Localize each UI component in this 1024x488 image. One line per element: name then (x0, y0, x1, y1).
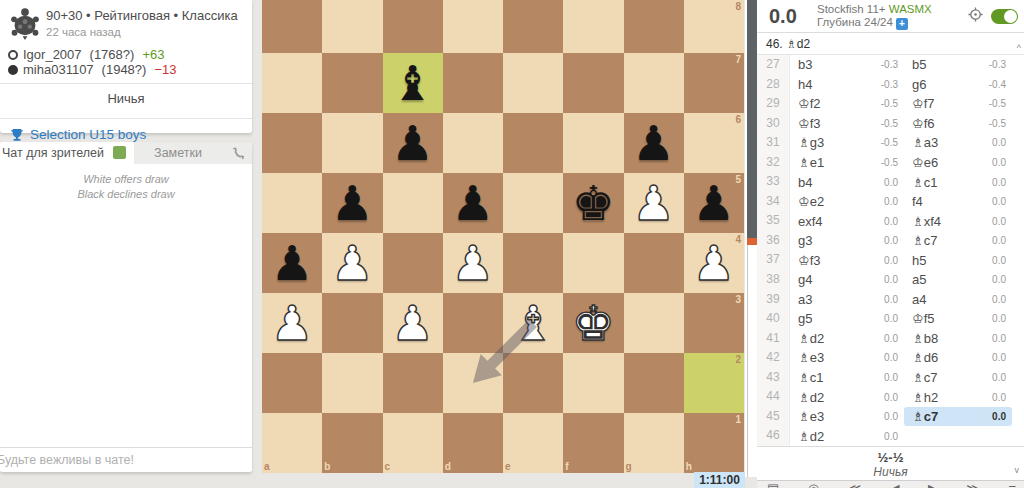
file-label-a: a (264, 461, 270, 472)
square-h7[interactable]: 7 (684, 53, 744, 113)
black-move-36[interactable]: ♗c70.0 (904, 231, 1012, 251)
rank-label-5: 5 (735, 174, 741, 185)
players-block: Igor_2007 (1768?) +63 miha031107 (1948?)… (8, 47, 244, 77)
square-b6[interactable] (322, 113, 382, 173)
gauge-zero-tick (747, 238, 757, 245)
black-bishop-c7: ♝ (383, 53, 443, 113)
square-f2[interactable] (563, 353, 623, 413)
white-move-46[interactable]: ♗d20.0 (790, 426, 904, 446)
square-b4[interactable]: ♟ (322, 233, 382, 293)
black-move-40[interactable]: ♔f50.0 (904, 309, 1012, 329)
classical-turtle-icon (8, 6, 46, 42)
white-move-30[interactable]: ♔f3-0.5 (790, 114, 904, 134)
white-move-45[interactable]: ♗e30.0 (790, 407, 904, 427)
move-row-39: 39a30.0a40.0 (757, 290, 1024, 310)
white-pawn-b4: ♟ (322, 233, 382, 293)
move-row-46: 46♗d20.0 (757, 426, 1024, 446)
square-b5[interactable]: ♟ (322, 173, 382, 233)
result-score: ½-½ (757, 450, 1024, 465)
move-row-43: 43♗c10.0♗c70.0 (757, 368, 1024, 388)
black-player-rating: (1948?) (102, 62, 147, 77)
move-number: 40 (757, 309, 790, 329)
chat-toggle-square[interactable] (113, 146, 126, 159)
rank-label-2: 2 (735, 354, 741, 365)
square-h3[interactable]: 3 (684, 293, 744, 353)
chat-messages: White offers draw Black declines draw (0, 164, 252, 447)
game-setup-text: 90+30 • Рейтинговая • Классика (46, 8, 238, 24)
black-move-43[interactable]: ♗c70.0 (904, 368, 1012, 388)
square-d5[interactable]: ♟ (443, 173, 503, 233)
eval-gauge (745, 0, 757, 477)
square-d2[interactable] (443, 353, 503, 413)
white-pawn-a3: ♟ (262, 293, 322, 353)
white-move-43[interactable]: ♗c10.0 (790, 368, 904, 388)
engine-depth: Глубина 24/24 (817, 16, 893, 28)
move-number: 27 (757, 55, 790, 75)
white-king-f3: ♚ (563, 293, 623, 353)
black-move-44[interactable]: ♗h20.0 (904, 387, 1012, 407)
white-player-rating: (1768?) (90, 47, 135, 62)
chat-event-message: White offers draw (0, 172, 252, 187)
black-move-41[interactable]: ♗b80.0 (904, 329, 1012, 349)
black-king-f5: ♚ (563, 173, 623, 233)
chat-tabbar: Чат для зрителей Заметки (0, 142, 252, 164)
move-row-31: 31♗g3-0.5♗a30.0 (757, 133, 1024, 153)
white-move-41[interactable]: ♗d20.0 (790, 329, 904, 349)
square-h8[interactable]: 8 (684, 0, 744, 53)
white-pawn-g5: ♟ (624, 173, 684, 233)
square-f6[interactable] (563, 113, 623, 173)
square-b8[interactable] (322, 0, 382, 53)
practice-target-icon[interactable] (968, 7, 983, 26)
square-a1[interactable]: a (262, 413, 322, 473)
black-pawn-a4: ♟ (262, 233, 322, 293)
tournament-link-row[interactable]: Selection U15 boys (8, 119, 244, 142)
last-move-icon[interactable]: ≫ (966, 482, 980, 488)
square-g8[interactable] (624, 0, 684, 53)
square-c2[interactable] (383, 353, 443, 413)
prev-move-icon[interactable]: ◀ (890, 482, 900, 488)
black-player-row[interactable]: miha031107 (1948?) −13 (8, 62, 244, 77)
toggle-knob (1004, 10, 1017, 23)
chat-input[interactable] (0, 448, 248, 472)
square-c8[interactable] (383, 0, 443, 53)
white-player-row[interactable]: Igor_2007 (1768?) +63 (8, 47, 244, 62)
white-move-36[interactable]: g30.0 (790, 231, 904, 251)
square-c5[interactable] (383, 173, 443, 233)
move-row-44: 44♗d20.0♗h20.0 (757, 387, 1024, 407)
move-row-45: 45♗e30.0♗c70.0 (757, 407, 1024, 427)
file-label-d: d (445, 461, 451, 472)
white-move-37[interactable]: ♔f30.0 (790, 250, 904, 270)
file-label-h: h (686, 461, 692, 472)
rank-label-4: 4 (735, 234, 741, 245)
black-move-31[interactable]: ♗a30.0 (904, 133, 1012, 153)
black-move-33[interactable]: ♗c10.0 (904, 172, 1012, 192)
lichess-analysis-page: 90+30 • Рейтинговая • Классика 22 часа н… (0, 0, 1024, 488)
square-e4[interactable] (503, 233, 563, 293)
move-number: 32 (757, 153, 790, 173)
square-e1[interactable]: e (503, 413, 563, 473)
white-bishop-e3: ♝ (503, 293, 563, 353)
square-e6[interactable] (503, 113, 563, 173)
white-move-34[interactable]: ♔e20.0 (790, 192, 904, 212)
white-clock: 1:11:00 (694, 472, 745, 488)
analysis-panel: 0.0 Stockfish 11+ WASMX Глубина 24/24+ 4… (757, 0, 1024, 488)
gauge-black-half (747, 0, 757, 238)
square-e2[interactable] (503, 353, 563, 413)
move-number: 33 (757, 172, 790, 192)
move-row-42: 42♗e30.0♗d60.0 (757, 348, 1024, 368)
square-g6[interactable]: ♟ (624, 113, 684, 173)
move-row-33: 33b40.0♗c10.0 (757, 172, 1024, 192)
square-h5[interactable]: 5♟ (684, 173, 744, 233)
file-label-b: b (324, 461, 330, 472)
square-a4[interactable]: ♟ (262, 233, 322, 293)
rank-label-7: 7 (735, 54, 741, 65)
rank-label-8: 8 (735, 1, 741, 12)
square-f4[interactable] (563, 233, 623, 293)
black-move-28[interactable]: g6-0.4 (904, 75, 1012, 95)
engine-tech: WASMX (889, 3, 932, 15)
square-a2[interactable] (262, 353, 322, 413)
scroll-up-arrow[interactable]: ^ (1017, 44, 1021, 53)
square-e3[interactable]: ♝ (503, 293, 563, 353)
engine-toggle[interactable] (991, 9, 1018, 24)
move-number: 42 (757, 348, 790, 368)
move-number: 43 (757, 368, 790, 388)
square-b1[interactable]: b (322, 413, 382, 473)
white-move-39[interactable]: a30.0 (790, 290, 904, 310)
first-move-icon[interactable]: ≪ (847, 482, 861, 488)
square-d4[interactable]: ♟ (443, 233, 503, 293)
white-move-40[interactable]: g50.0 (790, 309, 904, 329)
square-f7[interactable] (563, 53, 623, 113)
move-number: 37 (757, 250, 790, 270)
gauge-white-half (747, 245, 757, 477)
tournament-link[interactable]: Selection U15 boys (30, 127, 146, 142)
square-e7[interactable] (503, 53, 563, 113)
white-move-31[interactable]: ♗g3-0.5 (790, 133, 904, 153)
rank-label-6: 6 (735, 114, 741, 125)
square-c3[interactable]: ♟ (383, 293, 443, 353)
move-number: 36 (757, 231, 790, 251)
square-h4[interactable]: 4♟ (684, 233, 744, 293)
game-result-text: Ничья (8, 84, 244, 112)
move-row-38: 38g40.0a50.0 (757, 270, 1024, 290)
file-label-c: c (385, 461, 391, 472)
white-move-33[interactable]: b40.0 (790, 172, 904, 192)
rank-label-1: 1 (735, 414, 741, 425)
square-a8[interactable] (262, 0, 322, 53)
move-number: 44 (757, 387, 790, 407)
analysis-board-icon[interactable]: ▤ (767, 482, 779, 488)
engine-eval: 0.0 (769, 5, 817, 28)
square-g7[interactable] (624, 53, 684, 113)
square-f5[interactable]: ♚ (563, 173, 623, 233)
move-row-40: 40g50.0♔f50.0 (757, 309, 1024, 329)
move-number: 28 (757, 75, 790, 95)
black-move-37[interactable]: h50.0 (904, 250, 1012, 270)
deeper-analysis-button[interactable]: + (896, 18, 908, 30)
move-row-36: 36g30.0♗c70.0 (757, 231, 1024, 251)
black-move-35[interactable]: ♗xf40.0 (904, 211, 1012, 231)
chat-event-message: Black declines draw (0, 187, 252, 202)
move-number: 38 (757, 270, 790, 290)
black-move-45[interactable]: ♗c70.0 (904, 407, 1012, 427)
square-f8[interactable] (563, 0, 623, 53)
black-move-34[interactable]: f40.0 (904, 192, 1012, 212)
move-row-30: 30♔f3-0.5♔f6-0.5 (757, 114, 1024, 134)
tab-chat[interactable]: Чат для зрителей (0, 142, 113, 164)
move-number: 45 (757, 407, 790, 427)
move-row-27: 27b3-0.3b5-0.3 (757, 55, 1024, 75)
move-row-34: 34♔e20.0f40.0 (757, 192, 1024, 212)
black-move-42[interactable]: ♗d60.0 (904, 348, 1012, 368)
move-row-37: 37♔f30.0h50.0 (757, 250, 1024, 270)
result-word: Ничья (757, 465, 1024, 479)
square-g2[interactable] (624, 353, 684, 413)
black-pawn-c6: ♟ (383, 113, 443, 173)
move-list: 27b3-0.3b5-0.328h4-0.3g6-0.429♔f2-0.5♔f7… (757, 55, 1024, 446)
square-d8[interactable] (443, 0, 503, 53)
black-move-32[interactable]: ♔e60.0 (904, 153, 1012, 173)
move-number: 39 (757, 290, 790, 310)
white-move-44[interactable]: ♗d20.0 (790, 387, 904, 407)
white-rating-diff: +63 (142, 47, 164, 62)
game-date: 22 часа назад (46, 24, 238, 40)
white-move-27[interactable]: b3-0.3 (790, 55, 904, 75)
black-move-29[interactable]: ♔f7-0.5 (904, 94, 1012, 114)
square-f3[interactable]: ♚ (563, 293, 623, 353)
scroll-down-arrow[interactable]: v (1015, 465, 1020, 475)
square-d1[interactable]: d (443, 413, 503, 473)
square-d7[interactable] (443, 53, 503, 113)
black-player-name[interactable]: miha031107 (23, 62, 94, 77)
move-row-29: 29♔f2-0.5♔f7-0.5 (757, 94, 1024, 114)
next-move-icon[interactable]: ▶ (928, 482, 938, 488)
square-f1[interactable]: f (563, 413, 623, 473)
sidebar: 90+30 • Рейтинговая • Классика 22 часа н… (0, 0, 252, 488)
square-c4[interactable] (383, 233, 443, 293)
square-a7[interactable] (262, 53, 322, 113)
engine-header: 0.0 Stockfish 11+ WASMX Глубина 24/24+ (757, 0, 1024, 33)
square-c1[interactable]: c (383, 413, 443, 473)
square-c6[interactable]: ♟ (383, 113, 443, 173)
square-h1[interactable]: 1h (684, 413, 744, 473)
move-row-41: 41♗d20.0♗b80.0 (757, 329, 1024, 349)
white-move-29[interactable]: ♔f2-0.5 (790, 94, 904, 114)
square-a6[interactable] (262, 113, 322, 173)
file-label-f: f (565, 461, 568, 472)
square-e8[interactable] (503, 0, 563, 53)
black-pawn-b5: ♟ (322, 173, 382, 233)
black-move-46[interactable] (904, 426, 1012, 446)
square-d6[interactable] (443, 113, 503, 173)
move-number: 35 (757, 211, 790, 231)
black-move-38[interactable]: a50.0 (904, 270, 1012, 290)
black-move-39[interactable]: a40.0 (904, 290, 1012, 310)
game-info-card: 90+30 • Рейтинговая • Классика 22 часа н… (0, 0, 252, 133)
square-c7[interactable]: ♝ (383, 53, 443, 113)
move-number: 30 (757, 114, 790, 134)
white-pawn-c3: ♟ (383, 293, 443, 353)
white-color-icon (8, 50, 18, 60)
white-move-42[interactable]: ♗e30.0 (790, 348, 904, 368)
black-pawn-d5: ♟ (443, 173, 503, 233)
phone-icon[interactable] (222, 142, 252, 164)
square-a3[interactable]: ♟ (262, 293, 322, 353)
square-b3[interactable] (322, 293, 382, 353)
black-move-30[interactable]: ♔f6-0.5 (904, 114, 1012, 134)
white-pawn-d4: ♟ (443, 233, 503, 293)
engine-best-line: 46. ♗d2 ^ (757, 33, 1024, 55)
black-pawn-g6: ♟ (624, 113, 684, 173)
white-move-28[interactable]: h4-0.3 (790, 75, 904, 95)
square-g5[interactable]: ♟ (624, 173, 684, 233)
move-row-28: 28h4-0.3g6-0.4 (757, 75, 1024, 95)
move-number: 46 (757, 426, 790, 446)
analysis-toolbar: ▤◎≪◀▶≫≡ (757, 480, 1024, 488)
move-number: 34 (757, 192, 790, 212)
menu-icon[interactable]: ≡ (1008, 482, 1016, 488)
move-number: 41 (757, 329, 790, 349)
square-g3[interactable] (624, 293, 684, 353)
black-rating-diff: −13 (154, 62, 176, 77)
black-move-27[interactable]: b5-0.3 (904, 55, 1012, 75)
square-e5[interactable] (503, 173, 563, 233)
chat-card: Чат для зрителей Заметки White offers dr… (0, 142, 252, 472)
chat-input-row (0, 447, 252, 472)
move-number: 29 (757, 94, 790, 114)
move-row-35: 35exf40.0♗xf40.0 (757, 211, 1024, 231)
black-color-icon (8, 65, 18, 75)
square-g4[interactable] (624, 233, 684, 293)
move-number: 31 (757, 133, 790, 153)
chess-board[interactable]: 8♝7♟♟6♟♟♚♟5♟♟♟♟4♟♟♟♝♚32abcdefg1h (262, 0, 744, 473)
engine-name: Stockfish 11+ (817, 3, 886, 15)
square-b2[interactable] (322, 353, 382, 413)
square-h6[interactable]: 6 (684, 113, 744, 173)
tab-notes[interactable]: Заметки (134, 142, 222, 164)
white-player-name[interactable]: Igor_2007 (23, 47, 82, 62)
trophy-icon (10, 128, 24, 142)
white-move-32[interactable]: ♗e1-0.5 (790, 153, 904, 173)
file-label-e: e (505, 461, 511, 472)
square-a5[interactable] (262, 173, 322, 233)
practice-icon[interactable]: ◎ (808, 482, 819, 488)
move-row-32: 32♗e1-0.5♔e60.0 (757, 153, 1024, 173)
square-d3[interactable] (443, 293, 503, 353)
white-move-35[interactable]: exf40.0 (790, 211, 904, 231)
result-block: ½-½ Ничья (757, 446, 1024, 480)
file-label-g: g (626, 461, 632, 472)
square-g1[interactable]: g (624, 413, 684, 473)
square-b7[interactable] (322, 53, 382, 113)
square-h2[interactable]: 2 (684, 353, 744, 413)
white-move-38[interactable]: g40.0 (790, 270, 904, 290)
rank-label-3: 3 (735, 294, 741, 305)
